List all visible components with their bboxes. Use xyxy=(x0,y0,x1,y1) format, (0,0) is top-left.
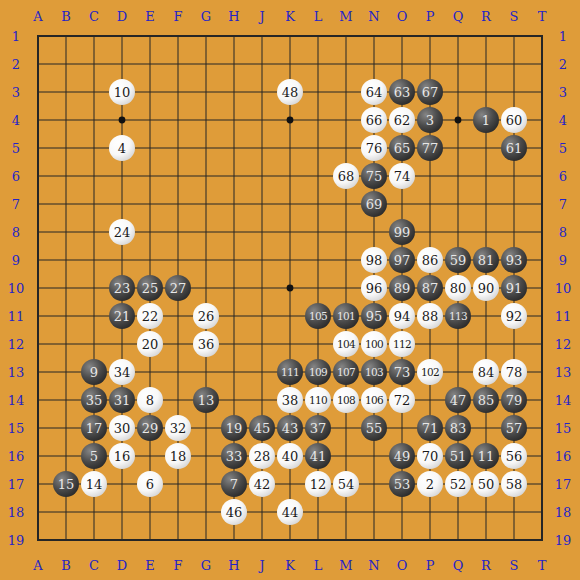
column-label-top-F: F xyxy=(168,10,188,23)
row-label-right-4: 4 xyxy=(550,114,576,127)
column-label-bottom-P: P xyxy=(420,559,440,572)
stone-white-28-J16[interactable]: 28 xyxy=(249,443,275,469)
stone-black-21-D11[interactable]: 21 xyxy=(109,303,135,329)
column-label-bottom-K: K xyxy=(280,559,300,572)
stone-white-88-P11[interactable]: 88 xyxy=(417,303,443,329)
stone-white-106-N14[interactable]: 106 xyxy=(361,387,387,413)
row-label-right-1: 1 xyxy=(550,30,576,43)
row-label-right-11: 11 xyxy=(550,310,576,323)
row-label-left-7: 7 xyxy=(3,198,29,211)
column-label-bottom-S: S xyxy=(504,559,524,572)
row-label-right-2: 2 xyxy=(550,58,576,71)
stone-black-45-J15[interactable]: 45 xyxy=(249,415,275,441)
column-label-top-N: N xyxy=(364,10,384,23)
row-label-left-4: 4 xyxy=(3,114,29,127)
row-label-left-18: 18 xyxy=(3,506,29,519)
stone-black-9-C13[interactable]: 9 xyxy=(81,359,107,385)
stone-black-101-M11[interactable]: 101 xyxy=(333,303,359,329)
stone-black-103-N13[interactable]: 103 xyxy=(361,359,387,385)
stone-white-22-E11[interactable]: 22 xyxy=(137,303,163,329)
stone-white-36-G12[interactable]: 36 xyxy=(193,331,219,357)
stone-black-11-R16[interactable]: 11 xyxy=(473,443,499,469)
column-label-bottom-G: G xyxy=(196,559,216,572)
stone-white-48-K3[interactable]: 48 xyxy=(277,79,303,105)
stone-black-49-O16[interactable]: 49 xyxy=(389,443,415,469)
stone-white-68-M6[interactable]: 68 xyxy=(333,163,359,189)
stone-white-6-E17[interactable]: 6 xyxy=(137,471,163,497)
stone-black-33-H16[interactable]: 33 xyxy=(221,443,247,469)
stone-white-108-M14[interactable]: 108 xyxy=(333,387,359,413)
stone-white-32-F15[interactable]: 32 xyxy=(165,415,191,441)
stone-black-41-L16[interactable]: 41 xyxy=(305,443,331,469)
stone-black-13-G14[interactable]: 13 xyxy=(193,387,219,413)
stone-black-59-Q9[interactable]: 59 xyxy=(445,247,471,273)
row-label-right-3: 3 xyxy=(550,86,576,99)
stone-white-58-S17[interactable]: 58 xyxy=(501,471,527,497)
column-label-bottom-C: C xyxy=(84,559,104,572)
stone-black-35-C14[interactable]: 35 xyxy=(81,387,107,413)
column-label-top-Q: Q xyxy=(448,10,468,23)
row-label-left-13: 13 xyxy=(3,366,29,379)
row-label-left-8: 8 xyxy=(3,226,29,239)
column-label-bottom-R: R xyxy=(476,559,496,572)
column-label-top-R: R xyxy=(476,10,496,23)
stone-black-29-E15[interactable]: 29 xyxy=(137,415,163,441)
star-point-K10 xyxy=(287,285,294,292)
stone-black-65-O5[interactable]: 65 xyxy=(389,135,415,161)
stone-white-60-S4[interactable]: 60 xyxy=(501,107,527,133)
row-label-right-16: 16 xyxy=(550,450,576,463)
stone-white-74-O6[interactable]: 74 xyxy=(389,163,415,189)
stone-white-92-S11[interactable]: 92 xyxy=(501,303,527,329)
row-label-left-10: 10 xyxy=(3,282,29,295)
stone-black-53-O17[interactable]: 53 xyxy=(389,471,415,497)
star-point-D4 xyxy=(119,117,126,124)
row-label-right-8: 8 xyxy=(550,226,576,239)
stone-black-23-D10[interactable]: 23 xyxy=(109,275,135,301)
row-label-right-10: 10 xyxy=(550,282,576,295)
stone-white-62-O4[interactable]: 62 xyxy=(389,107,415,133)
column-label-top-T: T xyxy=(532,10,552,23)
stone-black-3-P4[interactable]: 3 xyxy=(417,107,443,133)
stone-black-113-Q11[interactable]: 113 xyxy=(445,303,471,329)
column-label-bottom-A: A xyxy=(28,559,48,572)
column-label-top-S: S xyxy=(504,10,524,23)
row-label-left-3: 3 xyxy=(3,86,29,99)
stone-white-94-O11[interactable]: 94 xyxy=(389,303,415,329)
stone-black-31-D14[interactable]: 31 xyxy=(109,387,135,413)
star-point-K4 xyxy=(287,117,294,124)
row-label-right-12: 12 xyxy=(550,338,576,351)
stone-black-19-H15[interactable]: 19 xyxy=(221,415,247,441)
row-label-left-9: 9 xyxy=(3,254,29,267)
go-board-canvas: ABCDEFGHJKLMNOPQRST ABCDEFGHJKLMNOPQRST … xyxy=(0,0,580,580)
stone-white-102-P13[interactable]: 102 xyxy=(417,359,443,385)
stone-white-42-J17[interactable]: 42 xyxy=(249,471,275,497)
stone-white-16-D16[interactable]: 16 xyxy=(109,443,135,469)
column-label-top-J: J xyxy=(252,10,272,23)
stone-white-66-N4[interactable]: 66 xyxy=(361,107,387,133)
stone-white-38-K14[interactable]: 38 xyxy=(277,387,303,413)
row-label-left-16: 16 xyxy=(3,450,29,463)
column-label-top-L: L xyxy=(308,10,328,23)
stone-black-87-P10[interactable]: 87 xyxy=(417,275,443,301)
stone-black-43-K15[interactable]: 43 xyxy=(277,415,303,441)
column-label-bottom-H: H xyxy=(224,559,244,572)
column-label-top-O: O xyxy=(392,10,412,23)
column-label-top-K: K xyxy=(280,10,300,23)
stone-white-112-O12[interactable]: 112 xyxy=(389,331,415,357)
stone-white-84-R13[interactable]: 84 xyxy=(473,359,499,385)
stone-white-8-E14[interactable]: 8 xyxy=(137,387,163,413)
row-label-left-2: 2 xyxy=(3,58,29,71)
row-label-right-7: 7 xyxy=(550,198,576,211)
column-label-top-C: C xyxy=(84,10,104,23)
stone-white-26-G11[interactable]: 26 xyxy=(193,303,219,329)
row-label-right-9: 9 xyxy=(550,254,576,267)
stone-black-69-N7[interactable]: 69 xyxy=(361,191,387,217)
stone-white-64-N3[interactable]: 64 xyxy=(361,79,387,105)
stone-black-83-Q15[interactable]: 83 xyxy=(445,415,471,441)
stone-white-70-P16[interactable]: 70 xyxy=(417,443,443,469)
row-label-right-19: 19 xyxy=(550,534,576,547)
stone-black-27-F10[interactable]: 27 xyxy=(165,275,191,301)
stone-black-75-N6[interactable]: 75 xyxy=(361,163,387,189)
stone-white-90-R10[interactable]: 90 xyxy=(473,275,499,301)
stone-black-99-O8[interactable]: 99 xyxy=(389,219,415,245)
stone-white-104-M12[interactable]: 104 xyxy=(333,331,359,357)
stone-white-18-F16[interactable]: 18 xyxy=(165,443,191,469)
stone-black-57-S15[interactable]: 57 xyxy=(501,415,527,441)
stone-black-63-O3[interactable]: 63 xyxy=(389,79,415,105)
stone-black-89-O10[interactable]: 89 xyxy=(389,275,415,301)
column-label-bottom-M: M xyxy=(336,559,356,572)
row-label-right-15: 15 xyxy=(550,422,576,435)
column-label-bottom-T: T xyxy=(532,559,552,572)
stone-white-50-R17[interactable]: 50 xyxy=(473,471,499,497)
stone-white-40-K16[interactable]: 40 xyxy=(277,443,303,469)
stone-white-100-N12[interactable]: 100 xyxy=(361,331,387,357)
stone-black-77-P5[interactable]: 77 xyxy=(417,135,443,161)
stone-black-55-N15[interactable]: 55 xyxy=(361,415,387,441)
column-label-bottom-E: E xyxy=(140,559,160,572)
stone-white-14-C17[interactable]: 14 xyxy=(81,471,107,497)
stone-white-10-D3[interactable]: 10 xyxy=(109,79,135,105)
stone-white-12-L17[interactable]: 12 xyxy=(305,471,331,497)
row-label-left-1: 1 xyxy=(3,30,29,43)
stone-black-95-N11[interactable]: 95 xyxy=(361,303,387,329)
stone-black-91-S10[interactable]: 91 xyxy=(501,275,527,301)
column-label-bottom-L: L xyxy=(308,559,328,572)
column-label-top-E: E xyxy=(140,10,160,23)
stone-white-46-H18[interactable]: 46 xyxy=(221,499,247,525)
stone-white-72-O14[interactable]: 72 xyxy=(389,387,415,413)
stone-white-30-D15[interactable]: 30 xyxy=(109,415,135,441)
row-label-left-14: 14 xyxy=(3,394,29,407)
stone-white-2-P17[interactable]: 2 xyxy=(417,471,443,497)
stone-black-105-L11[interactable]: 105 xyxy=(305,303,331,329)
column-label-top-B: B xyxy=(56,10,76,23)
stone-black-25-E10[interactable]: 25 xyxy=(137,275,163,301)
column-label-top-H: H xyxy=(224,10,244,23)
column-label-bottom-N: N xyxy=(364,559,384,572)
column-label-bottom-D: D xyxy=(112,559,132,572)
stone-white-96-N10[interactable]: 96 xyxy=(361,275,387,301)
stone-white-80-Q10[interactable]: 80 xyxy=(445,275,471,301)
column-label-bottom-J: J xyxy=(252,559,272,572)
stone-white-98-N9[interactable]: 98 xyxy=(361,247,387,273)
stone-black-81-R9[interactable]: 81 xyxy=(473,247,499,273)
column-label-bottom-Q: Q xyxy=(448,559,468,572)
stone-black-17-C15[interactable]: 17 xyxy=(81,415,107,441)
stone-black-97-O9[interactable]: 97 xyxy=(389,247,415,273)
stone-black-107-M13[interactable]: 107 xyxy=(333,359,359,385)
row-label-left-15: 15 xyxy=(3,422,29,435)
stone-white-4-D5[interactable]: 4 xyxy=(109,135,135,161)
stone-white-78-S13[interactable]: 78 xyxy=(501,359,527,385)
column-label-bottom-B: B xyxy=(56,559,76,572)
stone-black-85-R14[interactable]: 85 xyxy=(473,387,499,413)
stone-white-76-N5[interactable]: 76 xyxy=(361,135,387,161)
stone-white-34-D13[interactable]: 34 xyxy=(109,359,135,385)
row-label-right-5: 5 xyxy=(550,142,576,155)
stone-black-37-L15[interactable]: 37 xyxy=(305,415,331,441)
star-point-Q4 xyxy=(455,117,462,124)
row-label-left-17: 17 xyxy=(3,478,29,491)
column-label-bottom-F: F xyxy=(168,559,188,572)
column-label-top-G: G xyxy=(196,10,216,23)
stone-white-110-L14[interactable]: 110 xyxy=(305,387,331,413)
stone-black-73-O13[interactable]: 73 xyxy=(389,359,415,385)
column-label-top-D: D xyxy=(112,10,132,23)
row-label-left-12: 12 xyxy=(3,338,29,351)
stone-black-67-P3[interactable]: 67 xyxy=(417,79,443,105)
stone-black-111-K13[interactable]: 111 xyxy=(277,359,303,385)
stone-black-61-S5[interactable]: 61 xyxy=(501,135,527,161)
column-label-top-M: M xyxy=(336,10,356,23)
row-label-left-5: 5 xyxy=(3,142,29,155)
stone-black-51-Q16[interactable]: 51 xyxy=(445,443,471,469)
stone-white-24-D8[interactable]: 24 xyxy=(109,219,135,245)
column-label-top-A: A xyxy=(28,10,48,23)
stone-white-52-Q17[interactable]: 52 xyxy=(445,471,471,497)
stone-white-44-K18[interactable]: 44 xyxy=(277,499,303,525)
row-label-right-18: 18 xyxy=(550,506,576,519)
stone-white-54-M17[interactable]: 54 xyxy=(333,471,359,497)
row-label-right-6: 6 xyxy=(550,170,576,183)
column-label-bottom-O: O xyxy=(392,559,412,572)
stone-black-7-H17[interactable]: 7 xyxy=(221,471,247,497)
stone-white-20-E12[interactable]: 20 xyxy=(137,331,163,357)
row-label-left-19: 19 xyxy=(3,534,29,547)
stone-black-109-L13[interactable]: 109 xyxy=(305,359,331,385)
row-label-right-14: 14 xyxy=(550,394,576,407)
row-label-left-11: 11 xyxy=(3,310,29,323)
stone-white-86-P9[interactable]: 86 xyxy=(417,247,443,273)
row-label-right-17: 17 xyxy=(550,478,576,491)
row-label-left-6: 6 xyxy=(3,170,29,183)
stone-black-93-S9[interactable]: 93 xyxy=(501,247,527,273)
stone-black-47-Q14[interactable]: 47 xyxy=(445,387,471,413)
stone-black-1-R4[interactable]: 1 xyxy=(473,107,499,133)
stone-black-79-S14[interactable]: 79 xyxy=(501,387,527,413)
stone-black-15-B17[interactable]: 15 xyxy=(53,471,79,497)
stone-black-5-C16[interactable]: 5 xyxy=(81,443,107,469)
stone-black-71-P15[interactable]: 71 xyxy=(417,415,443,441)
column-label-top-P: P xyxy=(420,10,440,23)
stone-white-56-S16[interactable]: 56 xyxy=(501,443,527,469)
row-label-right-13: 13 xyxy=(550,366,576,379)
